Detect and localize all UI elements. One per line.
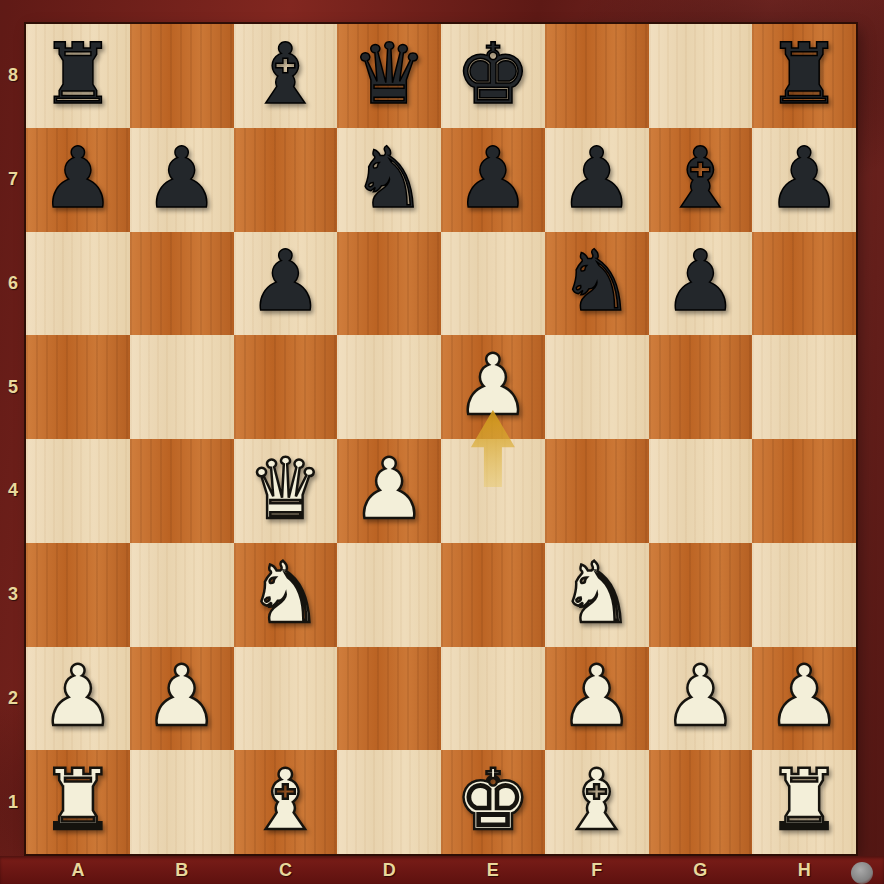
rank-label-7: 7 bbox=[0, 128, 26, 232]
black-bishop: ♝ bbox=[663, 136, 738, 220]
square-h3[interactable] bbox=[752, 543, 856, 647]
square-d6[interactable] bbox=[337, 232, 441, 336]
square-d3[interactable] bbox=[337, 543, 441, 647]
square-f6[interactable]: ♞ bbox=[545, 232, 649, 336]
square-g2[interactable]: ♟ bbox=[649, 647, 753, 751]
black-knight: ♞ bbox=[351, 136, 426, 220]
file-label-f: F bbox=[545, 856, 649, 884]
black-pawn: ♟ bbox=[40, 136, 115, 220]
black-bishop: ♝ bbox=[248, 32, 323, 116]
file-label-b: B bbox=[130, 856, 234, 884]
square-c1[interactable]: ♝ bbox=[234, 750, 338, 854]
black-pawn: ♟ bbox=[559, 136, 634, 220]
rank-label-2: 2 bbox=[0, 647, 26, 751]
square-b8[interactable] bbox=[130, 24, 234, 128]
white-pawn: ♟ bbox=[559, 654, 634, 738]
square-e7[interactable]: ♟ bbox=[441, 128, 545, 232]
rank-label-4: 4 bbox=[0, 439, 26, 543]
square-c2[interactable] bbox=[234, 647, 338, 751]
square-b7[interactable]: ♟ bbox=[130, 128, 234, 232]
square-e4[interactable] bbox=[441, 439, 545, 543]
white-knight: ♞ bbox=[248, 551, 323, 635]
white-king: ♚ bbox=[455, 758, 530, 842]
square-g4[interactable] bbox=[649, 439, 753, 543]
white-rook: ♜ bbox=[40, 758, 115, 842]
square-f2[interactable]: ♟ bbox=[545, 647, 649, 751]
square-e5[interactable]: ♟ bbox=[441, 335, 545, 439]
square-a7[interactable]: ♟ bbox=[26, 128, 130, 232]
square-g6[interactable]: ♟ bbox=[649, 232, 753, 336]
black-pawn: ♟ bbox=[663, 239, 738, 323]
square-e2[interactable] bbox=[441, 647, 545, 751]
rank-label-5: 5 bbox=[0, 335, 26, 439]
square-h8[interactable]: ♜ bbox=[752, 24, 856, 128]
square-d8[interactable]: ♛ bbox=[337, 24, 441, 128]
square-d7[interactable]: ♞ bbox=[337, 128, 441, 232]
square-g1[interactable] bbox=[649, 750, 753, 854]
square-g5[interactable] bbox=[649, 335, 753, 439]
square-e3[interactable] bbox=[441, 543, 545, 647]
file-label-e: E bbox=[441, 856, 545, 884]
square-h4[interactable] bbox=[752, 439, 856, 543]
square-c8[interactable]: ♝ bbox=[234, 24, 338, 128]
white-knight: ♞ bbox=[559, 551, 634, 635]
square-d1[interactable] bbox=[337, 750, 441, 854]
square-f7[interactable]: ♟ bbox=[545, 128, 649, 232]
black-rook: ♜ bbox=[40, 32, 115, 116]
square-c5[interactable] bbox=[234, 335, 338, 439]
white-pawn: ♟ bbox=[144, 654, 219, 738]
square-d4[interactable]: ♟ bbox=[337, 439, 441, 543]
square-a5[interactable] bbox=[26, 335, 130, 439]
chess-board: ♜♝♛♚♜♟♟♞♟♟♝♟♟♞♟♟♛♟♞♞♟♟♟♟♟♜♝♚♝♜ bbox=[26, 24, 856, 854]
white-rook: ♜ bbox=[766, 758, 841, 842]
square-g3[interactable] bbox=[649, 543, 753, 647]
square-e1[interactable]: ♚ bbox=[441, 750, 545, 854]
square-b5[interactable] bbox=[130, 335, 234, 439]
square-h5[interactable] bbox=[752, 335, 856, 439]
square-a8[interactable]: ♜ bbox=[26, 24, 130, 128]
file-labels-strip: ABCDEFGH bbox=[0, 856, 884, 884]
square-c6[interactable]: ♟ bbox=[234, 232, 338, 336]
file-label-g: G bbox=[649, 856, 753, 884]
square-c7[interactable] bbox=[234, 128, 338, 232]
square-f8[interactable] bbox=[545, 24, 649, 128]
white-queen: ♛ bbox=[248, 447, 323, 531]
square-b4[interactable] bbox=[130, 439, 234, 543]
square-a2[interactable]: ♟ bbox=[26, 647, 130, 751]
white-pawn: ♟ bbox=[663, 654, 738, 738]
square-h7[interactable]: ♟ bbox=[752, 128, 856, 232]
board-frame: ♜♝♛♚♜♟♟♞♟♟♝♟♟♞♟♟♛♟♞♞♟♟♟♟♟♜♝♚♝♜ 87654321 … bbox=[0, 0, 884, 884]
file-label-c: C bbox=[234, 856, 338, 884]
square-b1[interactable] bbox=[130, 750, 234, 854]
square-d5[interactable] bbox=[337, 335, 441, 439]
square-h2[interactable]: ♟ bbox=[752, 647, 856, 751]
black-rook: ♜ bbox=[766, 32, 841, 116]
square-e8[interactable]: ♚ bbox=[441, 24, 545, 128]
black-king: ♚ bbox=[455, 32, 530, 116]
file-label-d: D bbox=[337, 856, 441, 884]
rank-labels: 87654321 bbox=[0, 24, 26, 854]
black-queen: ♛ bbox=[351, 32, 426, 116]
black-pawn: ♟ bbox=[248, 239, 323, 323]
square-a3[interactable] bbox=[26, 543, 130, 647]
black-knight: ♞ bbox=[559, 239, 634, 323]
file-label-h: H bbox=[752, 856, 856, 884]
square-e6[interactable] bbox=[441, 232, 545, 336]
white-pawn: ♟ bbox=[40, 654, 115, 738]
square-a6[interactable] bbox=[26, 232, 130, 336]
square-g8[interactable] bbox=[649, 24, 753, 128]
rank-label-3: 3 bbox=[0, 543, 26, 647]
square-b6[interactable] bbox=[130, 232, 234, 336]
rank-label-6: 6 bbox=[0, 232, 26, 336]
rank-label-1: 1 bbox=[0, 750, 26, 854]
square-h1[interactable]: ♜ bbox=[752, 750, 856, 854]
gray-dot bbox=[851, 862, 873, 884]
black-pawn: ♟ bbox=[144, 136, 219, 220]
rank-label-8: 8 bbox=[0, 24, 26, 128]
square-b3[interactable] bbox=[130, 543, 234, 647]
white-pawn: ♟ bbox=[455, 343, 530, 427]
square-h6[interactable] bbox=[752, 232, 856, 336]
square-g7[interactable]: ♝ bbox=[649, 128, 753, 232]
square-f1[interactable]: ♝ bbox=[545, 750, 649, 854]
black-pawn: ♟ bbox=[766, 136, 841, 220]
square-f5[interactable] bbox=[545, 335, 649, 439]
square-f3[interactable]: ♞ bbox=[545, 543, 649, 647]
square-a4[interactable] bbox=[26, 439, 130, 543]
white-pawn: ♟ bbox=[766, 654, 841, 738]
square-a1[interactable]: ♜ bbox=[26, 750, 130, 854]
square-c4[interactable]: ♛ bbox=[234, 439, 338, 543]
square-c3[interactable]: ♞ bbox=[234, 543, 338, 647]
white-bishop: ♝ bbox=[248, 758, 323, 842]
white-pawn: ♟ bbox=[351, 447, 426, 531]
white-bishop: ♝ bbox=[559, 758, 634, 842]
file-label-a: A bbox=[26, 856, 130, 884]
file-labels: ABCDEFGH bbox=[26, 856, 856, 884]
square-d2[interactable] bbox=[337, 647, 441, 751]
square-b2[interactable]: ♟ bbox=[130, 647, 234, 751]
square-f4[interactable] bbox=[545, 439, 649, 543]
black-pawn: ♟ bbox=[455, 136, 530, 220]
